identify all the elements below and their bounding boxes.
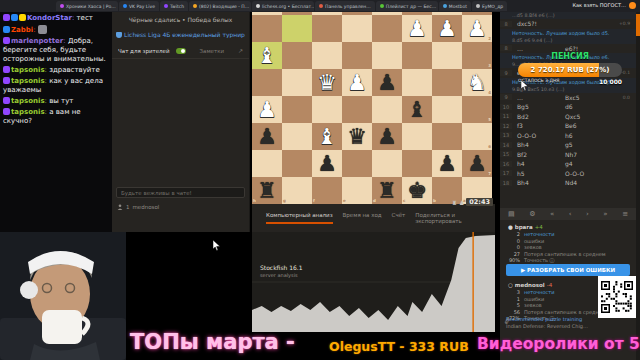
chat-username[interactable]: tapsonis — [11, 97, 45, 105]
menu-icon[interactable]: ≡ — [622, 208, 628, 220]
chat-tabs: Чат для зрителей Заметки ↗ — [112, 38, 249, 59]
browser-tab-bar: Хроники Хаоса | Ро…VK Pay LiveTwitch(802… — [0, 0, 640, 12]
square-f6[interactable]: ♝ — [312, 123, 342, 150]
rank-label: 7 — [488, 171, 491, 176]
chat-username[interactable]: tapsonis — [11, 108, 45, 116]
chat-message: KondorStar: тест — [3, 14, 109, 23]
black-move[interactable]: g4 — [560, 160, 608, 167]
twitch-chat-panel: KondorStar: тестZabbi: marlenpotter: Доб… — [0, 12, 112, 232]
chat-badge-icon — [3, 77, 10, 84]
favicon — [164, 4, 168, 8]
donation-goal-overlay: ПЕНСИЯ 2 720.17 RUB (27%) ОСТАЛОСЬ 3 ДНЯ… — [518, 52, 622, 85]
square-e2[interactable] — [342, 15, 372, 42]
move-row[interactable]: 11Bd2Qxc5 — [500, 112, 636, 122]
rank-label: 6 — [488, 144, 491, 149]
white-pawn[interactable]: ♟ — [342, 69, 372, 96]
profile-icon[interactable] — [629, 2, 636, 9]
white-move[interactable]: O-O-O — [512, 132, 560, 139]
square-a3[interactable]: 3 — [462, 42, 492, 69]
rank-label: 2 — [488, 36, 491, 41]
move-row[interactable]: 13O-O-Oh6 — [500, 131, 636, 141]
chat-message: marlenpotter: Добра, берегите себя, будь… — [3, 37, 109, 64]
square-c5[interactable]: ♝ — [402, 96, 432, 123]
move-row[interactable]: 9…Bxc50.0 — [500, 93, 636, 103]
white-summary: ● bpara +42неточности0ошибки0зевков27Пот… — [500, 222, 636, 264]
white-pawn[interactable]: ♟ — [402, 15, 432, 42]
black-move[interactable]: e6?! — [560, 45, 608, 52]
square-h7[interactable] — [252, 150, 282, 177]
white-move[interactable]: Bd2 — [512, 113, 560, 120]
white-bishop[interactable]: ♝ — [312, 123, 342, 150]
browser-tab[interactable]: Mostbot — [439, 1, 471, 11]
square-e3[interactable] — [342, 42, 372, 69]
qr-code — [598, 276, 636, 318]
square-c6[interactable] — [402, 123, 432, 150]
board-tab-0[interactable]: Компьютерный анализ — [266, 212, 333, 224]
black-move[interactable]: O-O-O — [560, 170, 608, 177]
favicon — [380, 4, 384, 8]
puzzle-recommendation[interactable]: ✐ Recommended puzzle training Indian Def… — [506, 316, 598, 330]
analysis-tabs: Компьютерный анализВремя на ходСчётПодел… — [252, 204, 495, 224]
chat-badge-icon — [11, 14, 18, 21]
white-bishop[interactable]: ♝ — [252, 42, 282, 69]
move-row[interactable]: 17h5O-O-O — [500, 169, 636, 179]
square-d4[interactable]: ♟ — [372, 69, 402, 96]
square-a6[interactable]: 6 — [462, 123, 492, 150]
overlay-text-donor: OlegusTT - 333 RUB — [329, 339, 469, 354]
chess-board[interactable]: ♟♟♟2♝3♛♟♟♞4♟♝5♟♝♛♟6♟♟♟7♜hgfe♜d♚cb8a — [252, 12, 492, 204]
square-h5[interactable]: ♟ — [252, 96, 282, 123]
square-f3[interactable] — [312, 42, 342, 69]
white-move[interactable]: Bh4 — [512, 141, 560, 148]
square-f2[interactable] — [312, 15, 342, 42]
chat-message: tapsonis: а вам не скучно? — [3, 108, 109, 126]
black-move[interactable]: Bxc5 — [560, 94, 608, 101]
trophy-icon — [116, 32, 122, 38]
black-pawn[interactable]: ♟ — [372, 69, 402, 96]
player-clock: 02:43 — [466, 198, 493, 206]
move-row[interactable]: 10Bg5d6 — [500, 102, 636, 112]
white-move[interactable]: Bh4 — [512, 179, 560, 186]
donation-amount: 2 720.17 RUB (27%) — [518, 63, 622, 77]
spectator-count: 1 — [126, 204, 130, 210]
square-e7[interactable] — [342, 150, 372, 177]
square-f7[interactable]: ♟ — [312, 150, 342, 177]
square-a5[interactable]: 5 — [462, 96, 492, 123]
square-e4[interactable]: ♟ — [342, 69, 372, 96]
square-g4[interactable] — [282, 69, 312, 96]
person-icon — [117, 204, 123, 210]
favicon — [256, 4, 260, 8]
square-f8[interactable]: f — [312, 177, 342, 204]
square-e8[interactable]: e — [342, 177, 372, 204]
chat-text: здравствуйте — [49, 66, 100, 74]
headset-earcup — [20, 281, 38, 299]
move-row[interactable]: 15Bf2Nh7 — [500, 150, 636, 160]
spectator-list: 1 mednosol — [112, 198, 249, 216]
chat-username[interactable]: marlenpotter — [11, 37, 63, 45]
square-f5[interactable] — [312, 96, 342, 123]
spectator-name[interactable]: mednosol — [133, 204, 160, 210]
square-d6[interactable]: ♟ — [372, 123, 402, 150]
scrollbar[interactable] — [636, 12, 640, 360]
summary-row: 90%Точность ⓘ — [500, 257, 636, 264]
square-g6[interactable] — [282, 123, 312, 150]
black-move[interactable]: Be6 — [560, 122, 608, 129]
chat-toggle[interactable] — [176, 48, 186, 54]
square-c2[interactable]: ♟ — [402, 15, 432, 42]
square-g5[interactable] — [282, 96, 312, 123]
chat-emote-icon — [38, 25, 47, 34]
eval-graph[interactable]: Stockfish 16.1server analysis — [252, 232, 495, 332]
black-queen[interactable]: ♛ — [342, 123, 372, 150]
board-tab-3[interactable]: Поделиться и экспортировать — [415, 212, 467, 224]
white-pawn[interactable]: ♟ — [252, 96, 282, 123]
move-row[interactable]: 14Bh4g5 — [500, 140, 636, 150]
stream-frame: Хроники Хаоса | Ро…VK Pay LiveTwitch(802… — [0, 0, 640, 360]
move-row[interactable]: 18Bh4Nd4 — [500, 178, 636, 188]
chat-message: tapsonis: как у вас дела уважаемы — [3, 77, 109, 95]
square-c7[interactable] — [402, 150, 432, 177]
black-king[interactable]: ♚ — [402, 177, 432, 204]
square-a2[interactable]: ♟2 — [462, 15, 492, 42]
black-move[interactable]: d6 — [560, 103, 608, 110]
board-tab-2[interactable]: Счёт — [392, 212, 406, 224]
black-move[interactable]: Nh7 — [560, 151, 608, 158]
file-label: d — [373, 198, 376, 203]
chat-badge-icon — [3, 97, 10, 104]
square-d8[interactable]: ♜d — [372, 177, 402, 204]
window-title-right: Как взять ПОГОСТ… — [572, 2, 626, 8]
black-pawn[interactable]: ♟ — [312, 150, 342, 177]
board-footer: ♜ ♟ 02:43 Компьютерный анализВремя на хо… — [252, 204, 495, 232]
white-mug — [42, 310, 82, 344]
square-d5[interactable] — [372, 96, 402, 123]
chat-username[interactable]: Zabbi — [11, 26, 33, 34]
chat-text: тест — [77, 14, 93, 22]
white-queen[interactable]: ♛ — [312, 69, 342, 96]
square-h2[interactable] — [252, 15, 282, 42]
white-pawn[interactable]: ♟ — [432, 15, 462, 42]
webcam-view — [0, 232, 126, 360]
square-g8[interactable]: g — [282, 177, 312, 204]
chat-message: tapsonis: здравствуйте — [3, 66, 109, 75]
square-e5[interactable] — [342, 96, 372, 123]
move-row[interactable]: 12f3Be6 — [500, 121, 636, 131]
lichess-side-panel: Чёрные сдались • Победа белых Lichess Li… — [112, 12, 250, 232]
white-move[interactable]: dxc5?! — [512, 20, 560, 27]
square-d2[interactable] — [372, 15, 402, 42]
overlay-text-tops: ТОПы марта - — [130, 330, 295, 354]
player-name[interactable]: ● bpara +4 — [500, 222, 636, 231]
square-g2[interactable] — [282, 15, 312, 42]
last-move-icon[interactable]: » — [603, 208, 607, 220]
move-row[interactable]: 8dxc5?!+0.9 — [500, 19, 636, 29]
move-row[interactable]: 16h4g4 — [500, 159, 636, 169]
chat-message: tapsonis: вы тут — [3, 97, 109, 106]
white-move[interactable]: … — [512, 94, 560, 101]
resize-icon[interactable]: ↗ — [238, 47, 243, 54]
file-label: g — [283, 198, 286, 203]
donation-title: ПЕНСИЯ — [518, 52, 622, 61]
square-c3[interactable] — [402, 42, 432, 69]
chat-username[interactable]: KondorStar — [27, 14, 72, 22]
favicon — [60, 4, 64, 8]
favicon — [476, 4, 480, 8]
analysis-board-icon[interactable]: ▤ — [508, 208, 515, 220]
square-g3[interactable] — [282, 42, 312, 69]
mouse-cursor-2 — [521, 80, 528, 90]
tab-spectator-chat[interactable]: Чат для зрителей — [118, 48, 170, 54]
square-g7[interactable] — [282, 150, 312, 177]
favicon — [319, 4, 323, 8]
chat-username[interactable]: tapsonis — [11, 66, 45, 74]
black-move[interactable]: h6 — [560, 132, 608, 139]
overlay-text-videos: Видеоролики от 50р — [477, 335, 640, 353]
mouse-cursor — [213, 240, 220, 250]
donation-progress-bar: 2 720.17 RUB (27%) — [518, 63, 622, 77]
black-bishop[interactable]: ♝ — [402, 96, 432, 123]
black-move[interactable]: Qxc5 — [560, 113, 608, 120]
chat-badge-icon — [19, 14, 26, 21]
favicon — [123, 4, 127, 8]
tournament-link[interactable]: Lichess Liga 4Б еженедельный турнир — [112, 23, 249, 38]
rank-label: 3 — [488, 63, 491, 68]
inaccuracy-note: Неточность. Лучшим ходом было d5. — [500, 29, 636, 37]
spectator-chat-empty — [112, 59, 249, 187]
file-label: e — [343, 198, 346, 203]
square-b5[interactable] — [432, 96, 462, 123]
square-c4[interactable] — [402, 69, 432, 96]
square-b4[interactable] — [432, 69, 462, 96]
move-eval: -0.1 — [621, 70, 636, 75]
chat-badge-icon — [3, 108, 10, 115]
black-rook[interactable]: ♜ — [372, 177, 402, 204]
board-tab-1[interactable]: Время на ход — [343, 212, 382, 224]
rank-label: 4 — [488, 90, 491, 95]
move-nav-bar: ▤⚙«‹›»≡ — [500, 208, 636, 220]
white-move[interactable]: Bf2 — [512, 151, 560, 158]
white-move[interactable]: Bg5 — [512, 103, 560, 110]
chat-message: Zabbi: — [3, 25, 109, 35]
move-eval: 0.0 — [623, 95, 636, 100]
browser-tab[interactable]: VK Pay Live — [119, 1, 159, 11]
favicon — [193, 4, 197, 8]
square-a4[interactable]: ♞4 — [462, 69, 492, 96]
square-h6[interactable]: ♟ — [252, 123, 282, 150]
lichess-chat-input[interactable]: Будьте вежливы в чате! — [116, 187, 245, 198]
rank-label: 5 — [488, 117, 491, 122]
square-b2[interactable]: ♟ — [432, 15, 462, 42]
favicon — [443, 4, 447, 8]
material-diff: ♜ ♟ — [452, 199, 465, 206]
square-a7[interactable]: ♟7 — [462, 150, 492, 177]
square-h8[interactable]: ♜h — [252, 177, 282, 204]
gear-icon[interactable]: ⚙ — [529, 208, 535, 220]
browser-tab[interactable]: Плейлист др — Бес… — [376, 1, 438, 11]
game-result-text: Чёрные сдались • Победа белых — [112, 12, 249, 23]
square-b3[interactable] — [432, 42, 462, 69]
square-d7[interactable] — [372, 150, 402, 177]
chat-username[interactable]: tapsonis — [11, 77, 45, 85]
black-rook[interactable]: ♜ — [252, 177, 282, 204]
square-c8[interactable]: ♚c — [402, 177, 432, 204]
white-move[interactable]: … — [512, 45, 560, 52]
white-move[interactable]: h5 — [512, 170, 560, 177]
file-label: b — [433, 198, 436, 203]
white-move[interactable]: h4 — [512, 160, 560, 167]
prev-move-icon[interactable]: ‹ — [569, 208, 572, 220]
square-f4[interactable]: ♛ — [312, 69, 342, 96]
black-pawn[interactable]: ♟ — [372, 123, 402, 150]
browser-tab[interactable]: Хроники Хаоса | Ро… — [56, 1, 118, 11]
variation-line[interactable]: 8.d5 e6 9.e4 (…) — [500, 37, 636, 44]
black-move[interactable]: g5 — [560, 141, 608, 148]
chat-badge-icon — [3, 14, 10, 21]
browser-tab[interactable]: (802) Входящие - П… — [189, 1, 251, 11]
square-b6[interactable] — [432, 123, 462, 150]
black-pawn[interactable]: ♟ — [432, 150, 462, 177]
square-e6[interactable]: ♛ — [342, 123, 372, 150]
browser-tab[interactable]: Twitch — [160, 1, 188, 11]
browser-tab[interactable]: Панель управлен… — [315, 1, 375, 11]
variation-line[interactable]: …d5 8.Bf4 e6 (…) — [500, 12, 636, 19]
white-move[interactable]: f3 — [512, 122, 560, 129]
chat-badge-icon — [3, 37, 10, 44]
donation-goal: 10 000 — [599, 78, 622, 85]
file-label: c — [403, 198, 405, 203]
square-d3[interactable] — [372, 42, 402, 69]
file-label: h — [253, 198, 256, 203]
learn-from-mistakes-button[interactable]: ▶ РАЗОБРАТЬ СВОИ ОШИБКИ — [506, 264, 630, 276]
black-pawn[interactable]: ♟ — [252, 123, 282, 150]
square-h4[interactable] — [252, 69, 282, 96]
browser-tab[interactable]: ЕуМО_др — [472, 1, 507, 11]
square-b7[interactable]: ♟ — [432, 150, 462, 177]
chat-badge-icon — [3, 26, 10, 33]
engine-label: Stockfish 16.1server analysis — [260, 264, 303, 278]
tab-notes[interactable]: Заметки — [200, 48, 225, 54]
move-eval: +0.9 — [619, 21, 636, 26]
browser-tab[interactable]: lichess.org • Бесплат… — [252, 1, 314, 11]
square-h3[interactable]: ♝ — [252, 42, 282, 69]
next-move-icon[interactable]: › — [586, 208, 589, 220]
file-label: f — [313, 198, 315, 203]
first-move-icon[interactable]: « — [550, 208, 554, 220]
chat-badge-icon — [3, 66, 10, 73]
move-list: …d5 8.Bf4 e6 (…)8dxc5?!+0.9Неточность. Л… — [500, 12, 636, 188]
chat-text: вы тут — [49, 97, 73, 105]
black-move[interactable]: Nd4 — [560, 179, 608, 186]
